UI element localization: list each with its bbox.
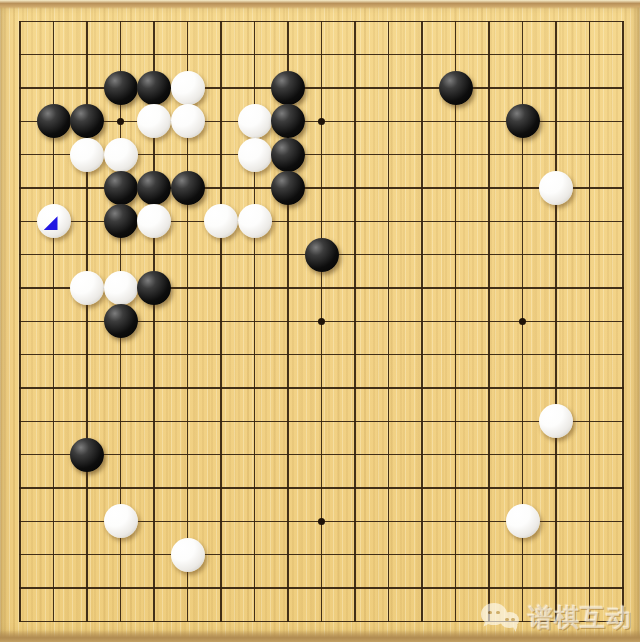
star-point: [519, 318, 526, 325]
last-move-marker: [44, 216, 58, 230]
black-stone: [104, 171, 138, 205]
go-board[interactable]: [0, 0, 640, 642]
white-stone: [171, 104, 205, 138]
white-stone: [70, 271, 104, 305]
white-stone: [539, 171, 573, 205]
black-stone: [271, 104, 305, 138]
white-stone: [539, 404, 573, 438]
grid-line-horizontal: [19, 354, 624, 356]
star-point: [117, 118, 124, 125]
black-stone: [104, 71, 138, 105]
black-stone: [70, 438, 104, 472]
grid-line-vertical: [555, 21, 557, 623]
black-stone: [171, 171, 205, 205]
white-stone: [238, 104, 272, 138]
black-stone: [137, 71, 171, 105]
grid-line-horizontal: [19, 587, 624, 589]
white-stone: [506, 504, 540, 538]
white-stone: [70, 138, 104, 172]
white-stone: [104, 504, 138, 538]
black-stone: [104, 204, 138, 238]
white-stone: [171, 538, 205, 572]
black-stone: [137, 171, 171, 205]
black-stone: [137, 271, 171, 305]
white-stone: [137, 104, 171, 138]
white-stone: [171, 71, 205, 105]
black-stone: [37, 104, 71, 138]
black-stone: [271, 71, 305, 105]
black-stone: [271, 171, 305, 205]
white-stone: [37, 204, 71, 238]
white-stone: [104, 271, 138, 305]
black-stone: [271, 138, 305, 172]
grid-line-horizontal: [19, 621, 624, 623]
black-stone: [506, 104, 540, 138]
grid-line-vertical: [589, 21, 591, 623]
black-stone: [104, 304, 138, 338]
black-stone: [70, 104, 104, 138]
go-diagram-screenshot: 谱棋互动: [0, 0, 640, 642]
black-stone: [439, 71, 473, 105]
grid-line-vertical: [622, 21, 624, 623]
grid-line-horizontal: [19, 554, 624, 556]
grid-line-vertical: [455, 21, 457, 623]
grid-line-horizontal: [19, 487, 624, 489]
grid-line-horizontal: [19, 454, 624, 456]
grid-line-horizontal: [19, 387, 624, 389]
white-stone: [137, 204, 171, 238]
grid-line-horizontal: [19, 421, 624, 423]
white-stone: [238, 138, 272, 172]
white-stone: [104, 138, 138, 172]
star-point: [318, 518, 325, 525]
grid-line-vertical: [488, 21, 490, 623]
star-point: [318, 118, 325, 125]
black-stone: [305, 238, 339, 272]
grid-line-vertical: [388, 21, 390, 623]
grid-line-vertical: [354, 21, 356, 623]
white-stone: [238, 204, 272, 238]
star-point: [318, 318, 325, 325]
white-stone: [204, 204, 238, 238]
grid-line-vertical: [421, 21, 423, 623]
